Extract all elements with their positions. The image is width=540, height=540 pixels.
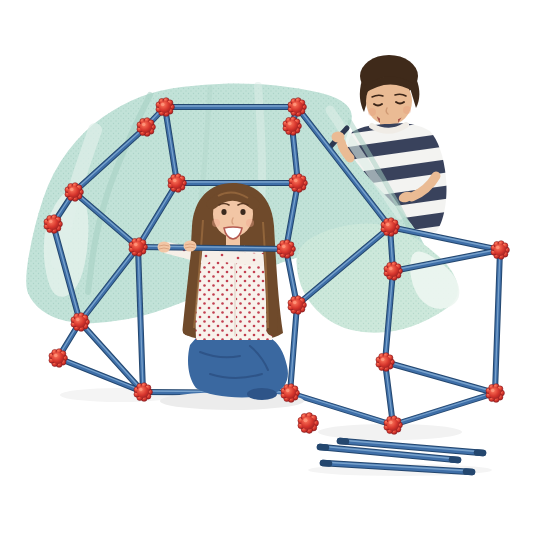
connector-ball (277, 240, 296, 259)
connector-ball (381, 218, 400, 237)
connector-ball (71, 313, 90, 332)
connector-ball (486, 384, 505, 403)
boy-blush-right (403, 106, 411, 114)
connector-ball (49, 349, 68, 368)
connector-ball (44, 215, 63, 234)
connector-ball (491, 241, 510, 260)
connector-ball (289, 174, 308, 193)
connector-ball (156, 98, 175, 117)
connector-ball (376, 353, 395, 372)
connector-ball (134, 383, 153, 402)
connector-ball (137, 118, 156, 137)
girl-blush-left (212, 219, 220, 227)
connector-ball (288, 296, 307, 315)
girl-jeans (188, 338, 288, 397)
boy-right-fist (332, 132, 345, 143)
connector-ball (281, 384, 300, 403)
boy-blush-left (368, 108, 376, 116)
connector-ball (65, 183, 84, 202)
connector-ball (129, 238, 148, 257)
product-photo: Product photo: two children playing with… (0, 0, 540, 540)
connector-ball (384, 262, 403, 281)
girl-blush-right (246, 219, 254, 227)
girl-foot (247, 388, 277, 400)
connector-ball (288, 98, 307, 117)
connector-ball (168, 174, 187, 193)
fort-kit-scene (0, 0, 540, 540)
connector-ball (298, 413, 319, 434)
connector-ball (283, 117, 302, 136)
connector-ball (384, 416, 403, 435)
